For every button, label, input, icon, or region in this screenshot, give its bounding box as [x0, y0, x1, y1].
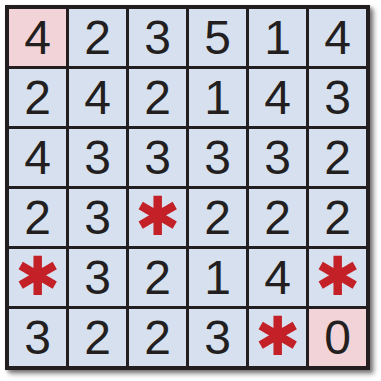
number-cell-r2c4[interactable]: 1	[189, 69, 246, 126]
number-cell-r3c5[interactable]: 3	[249, 129, 306, 186]
number-cell-r2c3[interactable]: 2	[129, 69, 186, 126]
number-cell-r3c3[interactable]: 3	[129, 129, 186, 186]
number-cell-r4c5[interactable]: 2	[249, 189, 306, 246]
number-cell-r4c4[interactable]: 2	[189, 189, 246, 246]
number-cell-r2c1[interactable]: 2	[9, 69, 66, 126]
number-cell-r3c1[interactable]: 4	[9, 129, 66, 186]
number-cell-r6c4[interactable]: 3	[189, 309, 246, 366]
number-cell-r5c5[interactable]: 4	[249, 249, 306, 306]
number-cell-r2c2[interactable]: 4	[69, 69, 126, 126]
number-cell-r1c1[interactable]: 4	[9, 9, 66, 66]
number-cell-r5c2[interactable]: 3	[69, 249, 126, 306]
number-cell-r6c1[interactable]: 3	[9, 309, 66, 366]
number-cell-r1c2[interactable]: 2	[69, 9, 126, 66]
mine-cell-r5c6[interactable]: ✱	[309, 249, 366, 306]
number-cell-r6c6[interactable]: 0	[309, 309, 366, 366]
page: 42351424214343333223✱222✱3214✱3223✱0	[0, 0, 381, 381]
number-cell-r2c6[interactable]: 3	[309, 69, 366, 126]
mine-cell-r4c3[interactable]: ✱	[129, 189, 186, 246]
mine-cell-r5c1[interactable]: ✱	[9, 249, 66, 306]
number-cell-r5c3[interactable]: 2	[129, 249, 186, 306]
number-cell-r4c6[interactable]: 2	[309, 189, 366, 246]
number-cell-r6c3[interactable]: 2	[129, 309, 186, 366]
mine-cell-r6c5[interactable]: ✱	[249, 309, 306, 366]
minesweeper-board: 42351424214343333223✱222✱3214✱3223✱0	[5, 5, 370, 370]
number-cell-r1c3[interactable]: 3	[129, 9, 186, 66]
number-cell-r1c6[interactable]: 4	[309, 9, 366, 66]
puzzle-grid: 42351424214343333223✱222✱3214✱3223✱0	[9, 9, 366, 366]
number-cell-r4c2[interactable]: 3	[69, 189, 126, 246]
number-cell-r1c5[interactable]: 1	[249, 9, 306, 66]
number-cell-r4c1[interactable]: 2	[9, 189, 66, 246]
number-cell-r1c4[interactable]: 5	[189, 9, 246, 66]
number-cell-r3c6[interactable]: 2	[309, 129, 366, 186]
number-cell-r5c4[interactable]: 1	[189, 249, 246, 306]
number-cell-r3c2[interactable]: 3	[69, 129, 126, 186]
number-cell-r6c2[interactable]: 2	[69, 309, 126, 366]
number-cell-r2c5[interactable]: 4	[249, 69, 306, 126]
number-cell-r3c4[interactable]: 3	[189, 129, 246, 186]
